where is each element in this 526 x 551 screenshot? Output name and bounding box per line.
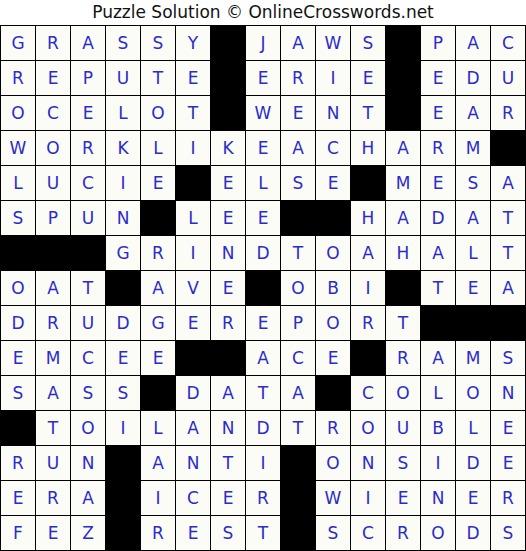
block-cell-r6c10 (316, 201, 350, 235)
letter-cell-r12c10: R (316, 411, 350, 445)
letter-cell-r9c8: E (246, 306, 280, 340)
block-cell-r13c4 (106, 446, 140, 480)
letter-cell-r1c8: J (246, 26, 280, 60)
letter-cell-r1c9: A (281, 26, 315, 60)
letter-cell-r12c13: B (421, 411, 455, 445)
letter-cell-r11c13: L (421, 376, 455, 410)
letter-cell-r14c7: E (211, 481, 245, 515)
letter-cell-r11c14: O (456, 376, 490, 410)
letter-cell-r6c4: N (106, 201, 140, 235)
letter-cell-r7c10: O (316, 236, 350, 270)
letter-cell-r4c5: L (141, 131, 175, 165)
letter-cell-r6c6: L (176, 201, 210, 235)
letter-cell-r11c3: S (71, 376, 105, 410)
letter-cell-r14c11: I (351, 481, 385, 515)
letter-cell-r10c3: C (71, 341, 105, 375)
letter-cell-r4c2: O (36, 131, 70, 165)
block-cell-r13c9 (281, 446, 315, 480)
letter-cell-r15c14: D (456, 516, 490, 550)
letter-cell-r14c15: R (491, 481, 525, 515)
letter-cell-r13c6: N (176, 446, 210, 480)
letter-cell-r5c3: C (71, 166, 105, 200)
letter-cell-r2c1: R (1, 61, 35, 95)
letter-cell-r11c9: A (281, 376, 315, 410)
letter-cell-r1c13: P (421, 26, 455, 60)
letter-cell-r5c8: L (246, 166, 280, 200)
letter-cell-r9c4: D (106, 306, 140, 340)
letter-cell-r12c3: O (71, 411, 105, 445)
letter-cell-r8c11: I (351, 271, 385, 305)
letter-cell-r4c4: K (106, 131, 140, 165)
letter-cell-r9c7: R (211, 306, 245, 340)
letter-cell-r12c4: I (106, 411, 140, 445)
letter-cell-r8c13: T (421, 271, 455, 305)
letter-cell-r7c4: G (106, 236, 140, 270)
letter-cell-r15c11: C (351, 516, 385, 550)
letter-cell-r11c4: S (106, 376, 140, 410)
block-cell-r6c5 (141, 201, 175, 235)
letter-cell-r13c10: O (316, 446, 350, 480)
letter-cell-r1c15: C (491, 26, 525, 60)
letter-cell-r3c2: C (36, 96, 70, 130)
letter-cell-r13c3: N (71, 446, 105, 480)
letter-cell-r12c12: U (386, 411, 420, 445)
letter-cell-r14c10: W (316, 481, 350, 515)
letter-cell-r11c6: D (176, 376, 210, 410)
letter-cell-r12c14: L (456, 411, 490, 445)
letter-cell-r14c13: N (421, 481, 455, 515)
letter-cell-r5c10: E (316, 166, 350, 200)
letter-cell-r11c7: A (211, 376, 245, 410)
letter-cell-r15c1: F (1, 516, 35, 550)
letter-cell-r2c14: D (456, 61, 490, 95)
letter-cell-r15c2: E (36, 516, 70, 550)
letter-cell-r5c2: U (36, 166, 70, 200)
letter-cell-r10c13: A (421, 341, 455, 375)
letter-cell-r4c11: H (351, 131, 385, 165)
letter-cell-r14c12: E (386, 481, 420, 515)
letter-cell-r6c12: A (386, 201, 420, 235)
block-cell-r2c7 (211, 61, 245, 95)
letter-cell-r8c1: O (1, 271, 35, 305)
letter-cell-r7c15: T (491, 236, 525, 270)
letter-cell-r13c14: D (456, 446, 490, 480)
letter-cell-r13c5: A (141, 446, 175, 480)
letter-cell-r11c11: C (351, 376, 385, 410)
letter-cell-r1c1: G (1, 26, 35, 60)
letter-cell-r8c7: E (211, 271, 245, 305)
letter-cell-r12c15: E (491, 411, 525, 445)
letter-cell-r4c13: R (421, 131, 455, 165)
letter-cell-r7c13: A (421, 236, 455, 270)
letter-cell-r6c11: H (351, 201, 385, 235)
block-cell-r5c11 (351, 166, 385, 200)
block-cell-r1c12 (386, 26, 420, 60)
letter-cell-r3c6: T (176, 96, 210, 130)
block-cell-r9c14 (456, 306, 490, 340)
block-cell-r14c4 (106, 481, 140, 515)
block-cell-r3c12 (386, 96, 420, 130)
letter-cell-r10c15: S (491, 341, 525, 375)
letter-cell-r5c12: M (386, 166, 420, 200)
letter-cell-r15c12: R (386, 516, 420, 550)
letter-cell-r14c8: R (246, 481, 280, 515)
letter-cell-r3c14: A (456, 96, 490, 130)
letter-cell-r1c10: W (316, 26, 350, 60)
letter-cell-r7c5: R (141, 236, 175, 270)
letter-cell-r7c11: A (351, 236, 385, 270)
letter-cell-r11c1: S (1, 376, 35, 410)
block-cell-r9c13 (421, 306, 455, 340)
letter-cell-r2c15: U (491, 61, 525, 95)
letter-cell-r3c10: N (316, 96, 350, 130)
letter-cell-r5c7: E (211, 166, 245, 200)
page-title: Puzzle Solution © OnlineCrosswords.net (0, 0, 526, 25)
letter-cell-r1c14: A (456, 26, 490, 60)
letter-cell-r9c1: D (1, 306, 35, 340)
letter-cell-r14c6: C (176, 481, 210, 515)
letter-cell-r13c13: I (421, 446, 455, 480)
letter-cell-r11c15: N (491, 376, 525, 410)
letter-cell-r6c7: E (211, 201, 245, 235)
letter-cell-r10c4: E (106, 341, 140, 375)
block-cell-r10c6 (176, 341, 210, 375)
letter-cell-r13c2: U (36, 446, 70, 480)
block-cell-r7c3 (71, 236, 105, 270)
letter-cell-r2c6: E (176, 61, 210, 95)
letter-cell-r4c14: M (456, 131, 490, 165)
letter-cell-r12c8: D (246, 411, 280, 445)
letter-cell-r9c2: R (36, 306, 70, 340)
letter-cell-r12c6: A (176, 411, 210, 445)
letter-cell-r4c7: K (211, 131, 245, 165)
letter-cell-r9c3: U (71, 306, 105, 340)
letter-cell-r9c9: P (281, 306, 315, 340)
letter-cell-r5c15: A (491, 166, 525, 200)
letter-cell-r12c7: N (211, 411, 245, 445)
letter-cell-r6c15: T (491, 201, 525, 235)
letter-cell-r9c6: E (176, 306, 210, 340)
letter-cell-r9c11: R (351, 306, 385, 340)
letter-cell-r5c9: S (281, 166, 315, 200)
block-cell-r11c10 (316, 376, 350, 410)
letter-cell-r15c15: S (491, 516, 525, 550)
block-cell-r3c7 (211, 96, 245, 130)
letter-cell-r3c1: O (1, 96, 35, 130)
letter-cell-r10c14: M (456, 341, 490, 375)
letter-cell-r13c12: S (386, 446, 420, 480)
letter-cell-r15c13: O (421, 516, 455, 550)
letter-cell-r8c15: A (491, 271, 525, 305)
letter-cell-r13c1: R (1, 446, 35, 480)
letter-cell-r13c15: E (491, 446, 525, 480)
letter-cell-r15c7: S (211, 516, 245, 550)
letter-cell-r15c3: Z (71, 516, 105, 550)
block-cell-r8c4 (106, 271, 140, 305)
letter-cell-r15c6: E (176, 516, 210, 550)
letter-cell-r1c11: S (351, 26, 385, 60)
letter-cell-r1c2: R (36, 26, 70, 60)
letter-cell-r6c8: E (246, 201, 280, 235)
block-cell-r7c2 (36, 236, 70, 270)
letter-cell-r1c3: A (71, 26, 105, 60)
letter-cell-r14c1: E (1, 481, 35, 515)
letter-cell-r15c10: S (316, 516, 350, 550)
letter-cell-r3c4: L (106, 96, 140, 130)
letter-cell-r3c3: E (71, 96, 105, 130)
letter-cell-r5c5: E (141, 166, 175, 200)
block-cell-r7c1 (1, 236, 35, 270)
block-cell-r15c4 (106, 516, 140, 550)
letter-cell-r6c2: P (36, 201, 70, 235)
letter-cell-r2c10: I (316, 61, 350, 95)
letter-cell-r10c5: E (141, 341, 175, 375)
block-cell-r12c1 (1, 411, 35, 445)
letter-cell-r12c9: T (281, 411, 315, 445)
letter-cell-r11c8: T (246, 376, 280, 410)
block-cell-r1c7 (211, 26, 245, 60)
block-cell-r4c15 (491, 131, 525, 165)
letter-cell-r8c14: E (456, 271, 490, 305)
letter-cell-r3c13: E (421, 96, 455, 130)
letter-cell-r13c7: T (211, 446, 245, 480)
letter-cell-r4c8: E (246, 131, 280, 165)
letter-cell-r12c5: L (141, 411, 175, 445)
letter-cell-r9c10: O (316, 306, 350, 340)
letter-cell-r7c6: I (176, 236, 210, 270)
letter-cell-r3c15: R (491, 96, 525, 130)
letter-cell-r3c8: W (246, 96, 280, 130)
letter-cell-r5c14: S (456, 166, 490, 200)
letter-cell-r4c1: W (1, 131, 35, 165)
letter-cell-r3c9: E (281, 96, 315, 130)
letter-cell-r14c2: R (36, 481, 70, 515)
letter-cell-r8c10: B (316, 271, 350, 305)
letter-cell-r6c1: S (1, 201, 35, 235)
letter-cell-r13c11: N (351, 446, 385, 480)
letter-cell-r7c9: T (281, 236, 315, 270)
letter-cell-r11c12: O (386, 376, 420, 410)
letter-cell-r3c11: T (351, 96, 385, 130)
letter-cell-r5c1: L (1, 166, 35, 200)
letter-cell-r14c14: E (456, 481, 490, 515)
letter-cell-r8c6: V (176, 271, 210, 305)
letter-cell-r2c2: E (36, 61, 70, 95)
letter-cell-r10c9: C (281, 341, 315, 375)
letter-cell-r3c5: O (141, 96, 175, 130)
letter-cell-r2c3: P (71, 61, 105, 95)
letter-cell-r14c3: A (71, 481, 105, 515)
letter-cell-r6c14: A (456, 201, 490, 235)
letter-cell-r7c7: N (211, 236, 245, 270)
letter-cell-r2c9: R (281, 61, 315, 95)
letter-cell-r1c5: S (141, 26, 175, 60)
letter-cell-r2c8: E (246, 61, 280, 95)
letter-cell-r10c8: A (246, 341, 280, 375)
letter-cell-r12c11: O (351, 411, 385, 445)
block-cell-r15c9 (281, 516, 315, 550)
letter-cell-r2c13: E (421, 61, 455, 95)
letter-cell-r10c1: E (1, 341, 35, 375)
block-cell-r6c9 (281, 201, 315, 235)
letter-cell-r14c5: I (141, 481, 175, 515)
letter-cell-r2c5: T (141, 61, 175, 95)
letter-cell-r4c12: A (386, 131, 420, 165)
letter-cell-r10c2: M (36, 341, 70, 375)
letter-cell-r10c10: E (316, 341, 350, 375)
letter-cell-r4c3: R (71, 131, 105, 165)
letter-cell-r2c4: U (106, 61, 140, 95)
letter-cell-r4c6: I (176, 131, 210, 165)
letter-cell-r8c9: O (281, 271, 315, 305)
letter-cell-r1c4: S (106, 26, 140, 60)
letter-cell-r7c8: D (246, 236, 280, 270)
letter-cell-r11c2: A (36, 376, 70, 410)
letter-cell-r5c4: I (106, 166, 140, 200)
letter-cell-r4c9: A (281, 131, 315, 165)
block-cell-r5c6 (176, 166, 210, 200)
letter-cell-r2c11: E (351, 61, 385, 95)
letter-cell-r10c12: R (386, 341, 420, 375)
letter-cell-r7c12: H (386, 236, 420, 270)
letter-cell-r8c3: T (71, 271, 105, 305)
block-cell-r14c9 (281, 481, 315, 515)
block-cell-r10c7 (211, 341, 245, 375)
block-cell-r8c8 (246, 271, 280, 305)
letter-cell-r4c10: C (316, 131, 350, 165)
block-cell-r10c11 (351, 341, 385, 375)
letter-cell-r1c6: Y (176, 26, 210, 60)
block-cell-r9c15 (491, 306, 525, 340)
letter-cell-r7c14: L (456, 236, 490, 270)
letter-cell-r8c2: A (36, 271, 70, 305)
letter-cell-r13c8: I (246, 446, 280, 480)
letter-cell-r12c2: T (36, 411, 70, 445)
letter-cell-r15c8: T (246, 516, 280, 550)
letter-cell-r8c5: A (141, 271, 175, 305)
letter-cell-r9c12: T (386, 306, 420, 340)
crossword-grid: GRASSYJAWSPACREPUTEERIEEDUOCELOTWENTEARW… (0, 25, 526, 551)
letter-cell-r9c5: G (141, 306, 175, 340)
block-cell-r8c12 (386, 271, 420, 305)
letter-cell-r15c5: R (141, 516, 175, 550)
block-cell-r11c5 (141, 376, 175, 410)
letter-cell-r6c13: D (421, 201, 455, 235)
letter-cell-r5c13: E (421, 166, 455, 200)
block-cell-r2c12 (386, 61, 420, 95)
letter-cell-r6c3: U (71, 201, 105, 235)
